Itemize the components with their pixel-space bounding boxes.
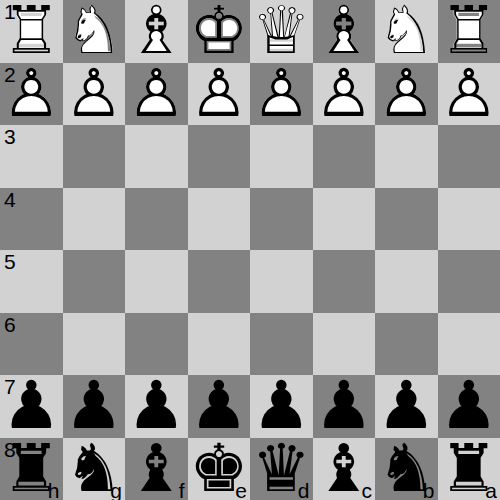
square-b1[interactable]: ♞♘ (375, 0, 438, 63)
white-pawn-icon: ♟♙ (250, 63, 313, 126)
square-e5[interactable] (188, 250, 251, 313)
black-queen-icon: ♛ (250, 438, 313, 500)
square-a4[interactable] (438, 188, 500, 251)
piece-fill-layer: ♟ (438, 375, 500, 438)
square-g6[interactable] (63, 313, 126, 376)
square-b4[interactable] (375, 188, 438, 251)
square-h5[interactable]: 5 (0, 250, 63, 313)
white-pawn-icon: ♟♙ (125, 63, 188, 126)
piece-outline-layer: ♔ (188, 0, 251, 63)
square-a5[interactable] (438, 250, 500, 313)
square-h1[interactable]: 1♜♖ (0, 0, 63, 63)
square-d4[interactable] (250, 188, 313, 251)
piece-fill-layer: ♚ (188, 438, 251, 500)
white-bishop-icon: ♝♗ (313, 0, 376, 63)
square-g8[interactable]: g♞ (63, 438, 126, 500)
square-h4[interactable]: 4 (0, 188, 63, 251)
piece-fill-layer: ♟ (125, 375, 188, 438)
piece-fill-layer: ♟ (313, 375, 376, 438)
black-knight-icon: ♞ (375, 438, 438, 500)
chess-board: 1♜♖♞♘♝♗♚♔♛♕♝♗♞♘♜♖2♟♙♟♙♟♙♟♙♟♙♟♙♟♙♟♙34567♟… (0, 0, 500, 500)
white-knight-icon: ♞♘ (375, 0, 438, 63)
square-e6[interactable] (188, 313, 251, 376)
piece-outline-layer: ♙ (313, 63, 376, 126)
black-rook-icon: ♜ (438, 438, 500, 500)
piece-outline-layer: ♘ (63, 0, 126, 63)
white-pawn-icon: ♟♙ (313, 63, 376, 126)
piece-outline-layer: ♗ (313, 0, 376, 63)
square-e4[interactable] (188, 188, 251, 251)
square-a2[interactable]: ♟♙ (438, 63, 500, 126)
square-a1[interactable]: ♜♖ (438, 0, 500, 63)
black-pawn-icon: ♟ (250, 375, 313, 438)
square-b7[interactable]: ♟ (375, 375, 438, 438)
square-h2[interactable]: 2♟♙ (0, 63, 63, 126)
square-e3[interactable] (188, 125, 251, 188)
black-knight-icon: ♞ (63, 438, 126, 500)
piece-outline-layer: ♙ (63, 63, 126, 126)
piece-outline-layer: ♙ (375, 63, 438, 126)
white-pawn-icon: ♟♙ (63, 63, 126, 126)
piece-fill-layer: ♛ (250, 438, 313, 500)
square-h6[interactable]: 6 (0, 313, 63, 376)
white-queen-icon: ♛♕ (250, 0, 313, 63)
square-e1[interactable]: ♚♔ (188, 0, 251, 63)
square-e8[interactable]: e♚ (188, 438, 251, 500)
square-c1[interactable]: ♝♗ (313, 0, 376, 63)
black-king-icon: ♚ (188, 438, 251, 500)
square-a6[interactable] (438, 313, 500, 376)
square-c5[interactable] (313, 250, 376, 313)
square-h3[interactable]: 3 (0, 125, 63, 188)
piece-outline-layer: ♙ (250, 63, 313, 126)
square-f2[interactable]: ♟♙ (125, 63, 188, 126)
square-g2[interactable]: ♟♙ (63, 63, 126, 126)
square-b2[interactable]: ♟♙ (375, 63, 438, 126)
square-a3[interactable] (438, 125, 500, 188)
square-c7[interactable]: ♟ (313, 375, 376, 438)
square-c6[interactable] (313, 313, 376, 376)
square-g7[interactable]: ♟ (63, 375, 126, 438)
square-c8[interactable]: c♝ (313, 438, 376, 500)
square-h8[interactable]: 8h♜ (0, 438, 63, 500)
square-f3[interactable] (125, 125, 188, 188)
piece-fill-layer: ♜ (438, 438, 500, 500)
black-pawn-icon: ♟ (188, 375, 251, 438)
rank-label-6: 6 (4, 313, 16, 336)
black-bishop-icon: ♝ (313, 438, 376, 500)
black-pawn-icon: ♟ (438, 375, 500, 438)
black-pawn-icon: ♟ (375, 375, 438, 438)
piece-fill-layer: ♟ (63, 375, 126, 438)
square-c4[interactable] (313, 188, 376, 251)
square-d2[interactable]: ♟♙ (250, 63, 313, 126)
white-rook-icon: ♜♖ (438, 0, 500, 63)
square-h7[interactable]: 7♟ (0, 375, 63, 438)
square-g3[interactable] (63, 125, 126, 188)
square-b5[interactable] (375, 250, 438, 313)
rank-label-4: 4 (4, 188, 16, 211)
piece-outline-layer: ♖ (0, 0, 63, 63)
black-pawn-icon: ♟ (125, 375, 188, 438)
square-d7[interactable]: ♟ (250, 375, 313, 438)
piece-fill-layer: ♟ (0, 375, 63, 438)
square-b8[interactable]: b♞ (375, 438, 438, 500)
square-d1[interactable]: ♛♕ (250, 0, 313, 63)
black-bishop-icon: ♝ (125, 438, 188, 500)
piece-fill-layer: ♟ (188, 375, 251, 438)
rank-label-5: 5 (4, 250, 16, 273)
black-pawn-icon: ♟ (0, 375, 63, 438)
piece-fill-layer: ♝ (313, 438, 376, 500)
black-rook-icon: ♜ (0, 438, 63, 500)
black-pawn-icon: ♟ (313, 375, 376, 438)
piece-outline-layer: ♙ (438, 63, 500, 126)
piece-fill-layer: ♞ (375, 438, 438, 500)
square-a7[interactable]: ♟ (438, 375, 500, 438)
square-e2[interactable]: ♟♙ (188, 63, 251, 126)
square-f5[interactable] (125, 250, 188, 313)
black-pawn-icon: ♟ (63, 375, 126, 438)
square-d5[interactable] (250, 250, 313, 313)
piece-fill-layer: ♞ (63, 438, 126, 500)
square-a8[interactable]: a♜ (438, 438, 500, 500)
white-pawn-icon: ♟♙ (438, 63, 500, 126)
square-d8[interactable]: d♛ (250, 438, 313, 500)
square-d3[interactable] (250, 125, 313, 188)
square-c2[interactable]: ♟♙ (313, 63, 376, 126)
piece-outline-layer: ♕ (250, 0, 313, 63)
white-rook-icon: ♜♖ (0, 0, 63, 63)
white-knight-icon: ♞♘ (63, 0, 126, 63)
piece-outline-layer: ♙ (0, 63, 63, 126)
square-f1[interactable]: ♝♗ (125, 0, 188, 63)
piece-outline-layer: ♘ (375, 0, 438, 63)
piece-fill-layer: ♟ (250, 375, 313, 438)
piece-outline-layer: ♙ (125, 63, 188, 126)
piece-fill-layer: ♟ (375, 375, 438, 438)
piece-outline-layer: ♙ (188, 63, 251, 126)
square-f6[interactable] (125, 313, 188, 376)
piece-fill-layer: ♜ (0, 438, 63, 500)
white-pawn-icon: ♟♙ (375, 63, 438, 126)
piece-outline-layer: ♗ (125, 0, 188, 63)
square-g5[interactable] (63, 250, 126, 313)
square-b6[interactable] (375, 313, 438, 376)
square-e7[interactable]: ♟ (188, 375, 251, 438)
square-f4[interactable] (125, 188, 188, 251)
white-pawn-icon: ♟♙ (0, 63, 63, 126)
piece-fill-layer: ♝ (125, 438, 188, 500)
square-c3[interactable] (313, 125, 376, 188)
white-king-icon: ♚♔ (188, 0, 251, 63)
piece-outline-layer: ♖ (438, 0, 500, 63)
square-g1[interactable]: ♞♘ (63, 0, 126, 63)
square-b3[interactable] (375, 125, 438, 188)
square-f7[interactable]: ♟ (125, 375, 188, 438)
square-g4[interactable] (63, 188, 126, 251)
white-bishop-icon: ♝♗ (125, 0, 188, 63)
square-d6[interactable] (250, 313, 313, 376)
white-pawn-icon: ♟♙ (188, 63, 251, 126)
square-f8[interactable]: f♝ (125, 438, 188, 500)
